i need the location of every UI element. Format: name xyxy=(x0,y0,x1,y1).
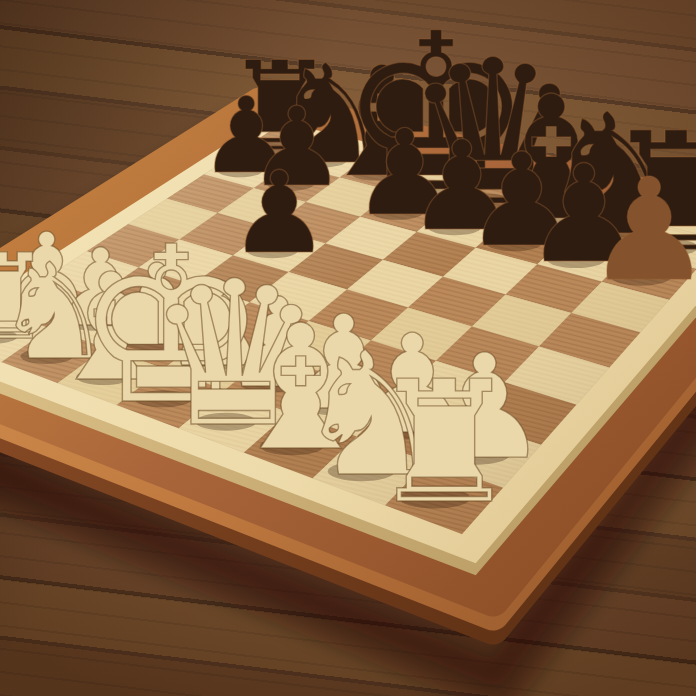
chessboard-photo: ♜♞♟♝♟♚♛♟♝♟♞♟♜♟♟♟♟♟♜♟♞♟♝♟♚♟♛♟♝♟♞♜ xyxy=(0,0,696,696)
piece-white-rook-a1: ♜ xyxy=(369,345,520,541)
table-surface: ♜♞♟♝♟♚♛♟♝♟♞♟♜♟♟♟♟♟♜♟♞♟♝♟♚♟♛♟♝♟♞♜ xyxy=(0,0,696,696)
piece-black-pawn-a7: ♟ xyxy=(586,148,696,312)
